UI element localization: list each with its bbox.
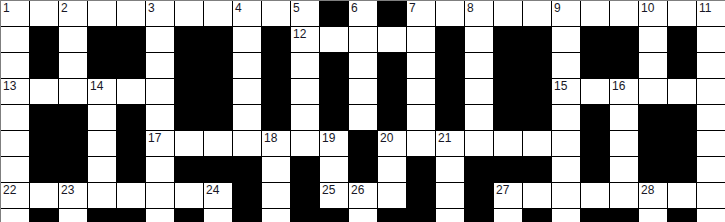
white-cell[interactable]	[146, 183, 175, 209]
white-cell[interactable]: 11	[697, 1, 725, 27]
white-cell[interactable]	[30, 1, 59, 27]
black-cell	[88, 53, 117, 79]
clue-number: 11	[699, 1, 711, 15]
black-cell	[407, 157, 436, 183]
white-cell[interactable]	[175, 1, 204, 27]
black-cell	[30, 209, 59, 222]
black-cell	[320, 53, 349, 79]
black-cell	[30, 105, 59, 131]
white-cell[interactable]	[639, 209, 668, 222]
white-cell[interactable]	[349, 27, 378, 53]
white-cell[interactable]	[146, 27, 175, 53]
black-cell	[581, 27, 610, 53]
black-cell	[262, 53, 291, 79]
white-cell[interactable]	[668, 1, 697, 27]
black-cell	[668, 157, 697, 183]
black-cell	[523, 53, 552, 79]
black-cell	[610, 53, 639, 79]
white-cell[interactable]: 27	[494, 183, 523, 209]
black-cell	[668, 53, 697, 79]
white-cell[interactable]	[349, 209, 378, 222]
black-cell	[117, 53, 146, 79]
white-cell[interactable]	[378, 157, 407, 183]
clue-number: 24	[206, 183, 219, 197]
white-cell[interactable]	[146, 53, 175, 79]
white-cell[interactable]	[552, 53, 581, 79]
white-cell[interactable]	[465, 53, 494, 79]
white-cell[interactable]: 16	[610, 79, 639, 105]
black-cell	[204, 79, 233, 105]
black-cell	[639, 131, 668, 157]
black-cell	[378, 209, 407, 222]
white-cell[interactable]: 17	[146, 131, 175, 157]
white-cell[interactable]: 24	[204, 183, 233, 209]
white-cell[interactable]	[30, 183, 59, 209]
white-cell[interactable]	[668, 79, 697, 105]
white-cell[interactable]	[146, 79, 175, 105]
clue-number: 8	[467, 1, 474, 15]
white-cell[interactable]	[581, 1, 610, 27]
white-cell[interactable]	[233, 53, 262, 79]
black-cell	[494, 27, 523, 53]
black-cell	[639, 157, 668, 183]
white-cell[interactable]	[407, 79, 436, 105]
white-cell[interactable]	[233, 131, 262, 157]
white-cell[interactable]: 26	[349, 183, 378, 209]
white-cell[interactable]	[552, 131, 581, 157]
white-cell[interactable]	[291, 79, 320, 105]
black-cell	[30, 131, 59, 157]
black-cell	[30, 27, 59, 53]
white-cell[interactable]: 9	[552, 1, 581, 27]
white-cell[interactable]	[465, 79, 494, 105]
black-cell	[523, 79, 552, 105]
white-cell[interactable]	[88, 1, 117, 27]
white-cell[interactable]: 19	[320, 131, 349, 157]
white-cell[interactable]	[349, 105, 378, 131]
black-cell	[59, 157, 88, 183]
black-cell	[494, 53, 523, 79]
white-cell[interactable]: 3	[146, 1, 175, 27]
white-cell[interactable]	[639, 79, 668, 105]
black-cell	[436, 105, 465, 131]
white-cell[interactable]: 1	[1, 1, 30, 27]
white-cell[interactable]: 12	[291, 27, 320, 53]
white-cell[interactable]	[262, 157, 291, 183]
clue-number: 15	[554, 79, 567, 93]
white-cell[interactable]	[175, 183, 204, 209]
white-cell[interactable]: 18	[262, 131, 291, 157]
black-cell	[378, 1, 407, 27]
white-cell[interactable]	[233, 105, 262, 131]
white-cell[interactable]	[436, 209, 465, 222]
white-cell[interactable]: 2	[59, 1, 88, 27]
black-cell	[349, 157, 378, 183]
clue-number: 13	[3, 79, 16, 93]
white-cell[interactable]: 4	[233, 1, 262, 27]
black-cell	[88, 209, 117, 222]
black-cell	[291, 209, 320, 222]
clue-number: 19	[322, 131, 335, 145]
white-cell[interactable]	[697, 27, 725, 53]
white-cell[interactable]	[465, 105, 494, 131]
white-cell[interactable]	[697, 209, 725, 222]
black-cell	[262, 79, 291, 105]
clue-number: 10	[641, 1, 654, 15]
white-cell[interactable]	[88, 105, 117, 131]
clue-number: 5	[293, 1, 300, 15]
black-cell	[465, 183, 494, 209]
black-cell	[436, 79, 465, 105]
clue-number: 1	[3, 1, 10, 15]
black-cell	[320, 105, 349, 131]
black-cell	[320, 1, 349, 27]
black-cell	[668, 209, 697, 222]
black-cell	[30, 53, 59, 79]
white-cell[interactable]	[1, 131, 30, 157]
clue-number: 2	[61, 1, 68, 15]
white-cell[interactable]	[175, 131, 204, 157]
black-cell	[639, 105, 668, 131]
white-cell[interactable]: 20	[378, 131, 407, 157]
white-cell[interactable]	[146, 105, 175, 131]
white-cell[interactable]	[668, 183, 697, 209]
black-cell	[233, 157, 262, 183]
white-cell[interactable]	[88, 157, 117, 183]
white-cell[interactable]: 10	[639, 1, 668, 27]
black-cell	[233, 183, 262, 209]
black-cell	[204, 53, 233, 79]
black-cell	[581, 157, 610, 183]
white-cell[interactable]	[262, 209, 291, 222]
white-cell[interactable]	[697, 53, 725, 79]
black-cell	[320, 79, 349, 105]
white-cell[interactable]	[204, 1, 233, 27]
white-cell[interactable]: 25	[320, 183, 349, 209]
white-cell[interactable]	[552, 27, 581, 53]
black-cell	[175, 209, 204, 222]
white-cell[interactable]	[59, 53, 88, 79]
black-cell	[523, 105, 552, 131]
white-cell[interactable]	[523, 1, 552, 27]
crossword-grid[interactable]: 1234567891011121314151617181920212223242…	[1, 1, 725, 222]
black-cell	[117, 209, 146, 222]
clue-number: 27	[496, 183, 509, 197]
white-cell[interactable]	[610, 1, 639, 27]
clue-number: 14	[90, 79, 103, 93]
white-cell[interactable]	[436, 1, 465, 27]
white-cell[interactable]	[465, 27, 494, 53]
white-cell[interactable]: 28	[639, 183, 668, 209]
white-cell[interactable]	[610, 157, 639, 183]
black-cell	[117, 27, 146, 53]
white-cell[interactable]	[59, 79, 88, 105]
white-cell[interactable]	[146, 157, 175, 183]
white-cell[interactable]	[291, 53, 320, 79]
white-cell[interactable]	[1, 209, 30, 222]
black-cell	[523, 157, 552, 183]
white-cell[interactable]	[697, 79, 725, 105]
clue-number: 25	[322, 183, 335, 197]
white-cell[interactable]	[494, 209, 523, 222]
white-cell[interactable]: 7	[407, 1, 436, 27]
white-cell[interactable]	[1, 157, 30, 183]
white-cell[interactable]	[610, 183, 639, 209]
clue-number: 18	[264, 131, 277, 145]
white-cell[interactable]	[378, 27, 407, 53]
black-cell	[204, 105, 233, 131]
black-cell	[175, 53, 204, 79]
white-cell[interactable]	[59, 27, 88, 53]
white-cell[interactable]	[639, 53, 668, 79]
clue-number: 23	[61, 183, 74, 197]
black-cell	[494, 157, 523, 183]
black-cell	[610, 209, 639, 222]
white-cell[interactable]	[349, 53, 378, 79]
white-cell[interactable]	[697, 105, 725, 131]
white-cell[interactable]: 13	[1, 79, 30, 105]
black-cell	[233, 209, 262, 222]
black-cell	[436, 27, 465, 53]
black-cell	[581, 53, 610, 79]
white-cell[interactable]	[204, 131, 233, 157]
clue-number: 26	[351, 183, 364, 197]
black-cell	[465, 209, 494, 222]
clue-number: 16	[612, 79, 625, 93]
black-cell	[494, 79, 523, 105]
white-cell[interactable]	[610, 105, 639, 131]
white-cell[interactable]	[552, 105, 581, 131]
black-cell	[378, 79, 407, 105]
white-cell[interactable]	[552, 209, 581, 222]
black-cell	[581, 209, 610, 222]
white-cell[interactable]	[494, 1, 523, 27]
black-cell	[175, 79, 204, 105]
black-cell	[291, 183, 320, 209]
white-cell[interactable]	[610, 131, 639, 157]
white-cell[interactable]	[436, 183, 465, 209]
white-cell[interactable]	[88, 131, 117, 157]
white-cell[interactable]	[1, 53, 30, 79]
black-cell	[175, 27, 204, 53]
black-cell	[117, 157, 146, 183]
black-cell	[523, 209, 552, 222]
black-cell	[581, 105, 610, 131]
black-cell	[494, 105, 523, 131]
white-cell[interactable]	[291, 105, 320, 131]
clue-number: 4	[235, 1, 242, 15]
white-cell[interactable]	[262, 1, 291, 27]
black-cell	[291, 157, 320, 183]
white-cell[interactable]	[30, 79, 59, 105]
black-cell	[320, 209, 349, 222]
black-cell	[581, 131, 610, 157]
black-cell	[407, 209, 436, 222]
clue-number: 17	[148, 131, 161, 145]
black-cell	[262, 105, 291, 131]
clue-number: 9	[554, 1, 561, 15]
black-cell	[668, 105, 697, 131]
black-cell	[175, 157, 204, 183]
white-cell[interactable]	[1, 105, 30, 131]
white-cell[interactable]	[1, 27, 30, 53]
white-cell[interactable]: 21	[436, 131, 465, 157]
white-cell[interactable]	[407, 53, 436, 79]
clue-number: 12	[293, 27, 306, 41]
black-cell	[610, 27, 639, 53]
black-cell	[668, 27, 697, 53]
crossword-board: 1234567891011121314151617181920212223242…	[0, 0, 725, 222]
white-cell[interactable]	[320, 157, 349, 183]
black-cell	[668, 131, 697, 157]
white-cell[interactable]	[407, 27, 436, 53]
white-cell[interactable]	[697, 131, 725, 157]
white-cell[interactable]	[639, 27, 668, 53]
clue-number: 20	[380, 131, 393, 145]
white-cell[interactable]	[117, 79, 146, 105]
white-cell[interactable]	[349, 79, 378, 105]
white-cell[interactable]: 22	[1, 183, 30, 209]
white-cell[interactable]	[320, 27, 349, 53]
black-cell	[117, 131, 146, 157]
white-cell[interactable]: 14	[88, 79, 117, 105]
white-cell[interactable]	[436, 157, 465, 183]
clue-number: 28	[641, 183, 654, 197]
white-cell[interactable]	[697, 157, 725, 183]
white-cell[interactable]	[581, 79, 610, 105]
clue-number: 3	[148, 1, 155, 15]
black-cell	[88, 27, 117, 53]
white-cell[interactable]	[407, 131, 436, 157]
clue-number: 21	[438, 131, 451, 145]
white-cell[interactable]	[146, 209, 175, 222]
black-cell	[204, 27, 233, 53]
white-cell[interactable]	[59, 209, 88, 222]
white-cell[interactable]: 15	[552, 79, 581, 105]
white-cell[interactable]	[291, 131, 320, 157]
clue-number: 6	[351, 1, 358, 15]
white-cell[interactable]: 6	[349, 1, 378, 27]
white-cell[interactable]	[523, 131, 552, 157]
white-cell[interactable]	[262, 183, 291, 209]
white-cell[interactable]	[407, 105, 436, 131]
white-cell[interactable]	[204, 209, 233, 222]
white-cell[interactable]	[552, 183, 581, 209]
white-cell[interactable]	[465, 131, 494, 157]
black-cell	[117, 105, 146, 131]
white-cell[interactable]	[117, 1, 146, 27]
clue-number: 22	[3, 183, 16, 197]
white-cell[interactable]	[117, 183, 146, 209]
clue-number: 7	[409, 1, 416, 15]
white-cell[interactable]	[378, 183, 407, 209]
black-cell	[523, 27, 552, 53]
white-cell[interactable]: 8	[465, 1, 494, 27]
black-cell	[59, 131, 88, 157]
black-cell	[175, 105, 204, 131]
white-cell[interactable]: 23	[59, 183, 88, 209]
black-cell	[262, 27, 291, 53]
black-cell	[30, 157, 59, 183]
black-cell	[378, 53, 407, 79]
white-cell[interactable]: 5	[291, 1, 320, 27]
white-cell[interactable]	[552, 157, 581, 183]
white-cell[interactable]	[523, 183, 552, 209]
white-cell[interactable]	[581, 183, 610, 209]
white-cell[interactable]	[88, 183, 117, 209]
white-cell[interactable]	[233, 79, 262, 105]
white-cell[interactable]	[697, 183, 725, 209]
white-cell[interactable]	[233, 27, 262, 53]
white-cell[interactable]	[494, 131, 523, 157]
black-cell	[407, 183, 436, 209]
black-cell	[59, 105, 88, 131]
black-cell	[378, 105, 407, 131]
black-cell	[465, 157, 494, 183]
black-cell	[436, 53, 465, 79]
black-cell	[349, 131, 378, 157]
black-cell	[204, 157, 233, 183]
